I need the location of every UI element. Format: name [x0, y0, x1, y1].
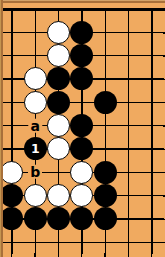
black-stone: [0, 207, 23, 230]
intersection-r8-c4: [70, 161, 93, 184]
grid-line-vertical: [11, 137, 13, 160]
intersection-r5-c1: [0, 91, 23, 114]
grid-line-vertical: [105, 67, 107, 90]
intersection-r5-c5: [94, 91, 117, 114]
intersection-r4-c5: [94, 67, 117, 90]
grid-line-vertical: [58, 231, 60, 254]
intersection-r6-c2: a: [24, 114, 47, 137]
intersection-r3-c3: [47, 44, 70, 67]
white-stone: [47, 184, 70, 207]
intersection-r4-c1: [0, 67, 23, 90]
grid-line-vertical: [151, 114, 153, 137]
intersection-r10-c5: [94, 207, 117, 230]
intersection-r1-c4: [70, 0, 93, 21]
intersection-r6-c3: [47, 114, 70, 137]
intersection-r1-c7: [140, 0, 163, 21]
black-stone: [94, 161, 117, 184]
grid-line-vertical: [105, 21, 107, 44]
intersection-r1-c2: [24, 0, 47, 21]
intersection-r9-c4: [70, 184, 93, 207]
black-stone: [47, 207, 70, 230]
grid-line-vertical: [128, 21, 130, 44]
black-stone: [47, 67, 70, 90]
black-stone: [94, 91, 117, 114]
intersection-r3-c7: [140, 44, 163, 67]
intersection-r11-c4: [70, 231, 93, 254]
intersection-r6-c1: [0, 114, 23, 137]
grid-line-vertical: [151, 67, 153, 90]
intersection-r5-c6: [117, 91, 140, 114]
grid-line-vertical: [151, 21, 153, 44]
grid-line-vertical: [128, 44, 130, 67]
grid-line-vertical: [151, 231, 153, 254]
intersection-r7-c1: [0, 137, 23, 160]
grid-line-vertical: [128, 184, 130, 207]
grid-line-vertical: [151, 91, 153, 114]
white-stone: [47, 137, 70, 160]
intersection-r8-c2: b: [24, 161, 47, 184]
black-stone: [70, 67, 93, 90]
intersection-r6-c5: [94, 114, 117, 137]
white-stone: [70, 161, 93, 184]
grid-line-vertical: [11, 67, 13, 90]
intersection-r7-c5: [94, 137, 117, 160]
intersection-r2-c6: [117, 21, 140, 44]
grid-line-vertical: [81, 91, 83, 114]
intersection-r9-c3: [47, 184, 70, 207]
intersection-r3-c5: [94, 44, 117, 67]
grid-line-vertical: [11, 44, 13, 67]
frame-left: [0, 0, 3, 257]
grid-line-vertical: [128, 137, 130, 160]
intersection-r5-c4: [70, 91, 93, 114]
black-stone: [47, 91, 70, 114]
grid-line-vertical: [11, 9, 13, 21]
intersection-r4-c2: [24, 67, 47, 90]
intersection-r8-c7: [140, 161, 163, 184]
intersection-r1-c1: [0, 0, 23, 21]
intersection-r11-c3: [47, 231, 70, 254]
intersection-r9-c1: [0, 184, 23, 207]
white-stone: [24, 67, 47, 90]
intersection-r3-c4: [70, 44, 93, 67]
white-stone: [24, 184, 47, 207]
intersection-r4-c4: [70, 67, 93, 90]
grid-line-vertical: [151, 44, 153, 67]
intersection-r8-c6: [117, 161, 140, 184]
intersection-r10-c7: [140, 207, 163, 230]
intersection-r9-c2: [24, 184, 47, 207]
white-stone: [0, 161, 23, 184]
intersection-r1-c6: [117, 0, 140, 21]
black-stone: [70, 137, 93, 160]
go-board: a1b: [0, 0, 163, 254]
black-stone: [70, 207, 93, 230]
intersection-r11-c6: [117, 231, 140, 254]
grid-line-vertical: [11, 231, 13, 254]
point-label-b: b: [28, 165, 42, 179]
black-stone: [70, 44, 93, 67]
intersection-r6-c6: [117, 114, 140, 137]
intersection-r8-c3: [47, 161, 70, 184]
intersection-r9-c6: [117, 184, 140, 207]
intersection-r9-c7: [140, 184, 163, 207]
go-diagram: a1b: [0, 0, 165, 257]
intersection-r5-c3: [47, 91, 70, 114]
grid-line-vertical: [128, 114, 130, 137]
intersection-r2-c2: [24, 21, 47, 44]
black-stone: [24, 207, 47, 230]
grid-line-vertical: [11, 91, 13, 114]
grid-line-vertical: [105, 44, 107, 67]
intersection-r1-c3: [47, 0, 70, 21]
grid-line-vertical: [151, 207, 153, 230]
black-stone: [70, 21, 93, 44]
frame-top: [0, 0, 165, 3]
black-stone: [70, 114, 93, 137]
black-stone: [94, 207, 117, 230]
intersection-r7-c4: [70, 137, 93, 160]
intersection-r10-c2: [24, 207, 47, 230]
intersection-r7-c7: [140, 137, 163, 160]
intersection-r6-c7: [140, 114, 163, 137]
intersection-r11-c1: [0, 231, 23, 254]
intersection-r11-c2: [24, 231, 47, 254]
intersection-r5-c7: [140, 91, 163, 114]
intersection-r6-c4: [70, 114, 93, 137]
intersection-r8-c5: [94, 161, 117, 184]
grid-line-vertical: [35, 21, 37, 44]
intersection-r2-c4: [70, 21, 93, 44]
grid-line-vertical: [151, 9, 153, 21]
grid-line-vertical: [11, 114, 13, 137]
intersection-r2-c5: [94, 21, 117, 44]
intersection-r10-c3: [47, 207, 70, 230]
intersection-r3-c1: [0, 44, 23, 67]
grid-line-vertical: [105, 137, 107, 160]
grid-line-vertical: [128, 91, 130, 114]
intersection-r10-c4: [70, 207, 93, 230]
intersection-r11-c5: [94, 231, 117, 254]
grid-line-vertical: [151, 184, 153, 207]
grid-line-vertical: [105, 231, 107, 254]
grid-line-vertical: [81, 9, 83, 21]
grid-line-vertical: [58, 9, 60, 21]
grid-line-vertical: [35, 231, 37, 254]
intersection-r9-c5: [94, 184, 117, 207]
white-stone: [47, 44, 70, 67]
grid-line-vertical: [105, 9, 107, 21]
grid-line-vertical: [58, 161, 60, 184]
grid-line-vertical: [128, 231, 130, 254]
grid-line-vertical: [128, 67, 130, 90]
grid-line-vertical: [151, 137, 153, 160]
grid-line-vertical: [105, 114, 107, 137]
grid-line-vertical: [128, 207, 130, 230]
intersection-r2-c3: [47, 21, 70, 44]
black-stone: [94, 184, 117, 207]
black-stone-move-1: 1: [24, 137, 47, 160]
intersection-r3-c2: [24, 44, 47, 67]
grid-line-vertical: [128, 161, 130, 184]
intersection-r8-c1: [0, 161, 23, 184]
intersection-r2-c1: [0, 21, 23, 44]
grid-line-vertical: [11, 21, 13, 44]
intersection-r2-c7: [140, 21, 163, 44]
intersection-r4-c3: [47, 67, 70, 90]
white-stone: [70, 184, 93, 207]
intersection-r10-c1: [0, 207, 23, 230]
grid-line-vertical: [128, 9, 130, 21]
intersection-r1-c5: [94, 0, 117, 21]
grid-line-vertical: [35, 9, 37, 21]
intersection-r4-c7: [140, 67, 163, 90]
intersection-r11-c7: [140, 231, 163, 254]
intersection-r7-c3: [47, 137, 70, 160]
intersection-r10-c6: [117, 207, 140, 230]
grid-line-vertical: [81, 231, 83, 254]
grid-line-vertical: [151, 161, 153, 184]
white-stone: [47, 114, 70, 137]
intersection-r7-c2: 1: [24, 137, 47, 160]
intersection-r7-c6: [117, 137, 140, 160]
intersection-r3-c6: [117, 44, 140, 67]
grid-line-vertical: [35, 44, 37, 67]
intersection-r4-c6: [117, 67, 140, 90]
move-number-text: 1: [31, 141, 40, 156]
point-label-a: a: [29, 118, 42, 132]
intersection-r5-c2: [24, 91, 47, 114]
black-stone: [0, 184, 23, 207]
white-stone: [47, 21, 70, 44]
white-stone: [24, 91, 47, 114]
